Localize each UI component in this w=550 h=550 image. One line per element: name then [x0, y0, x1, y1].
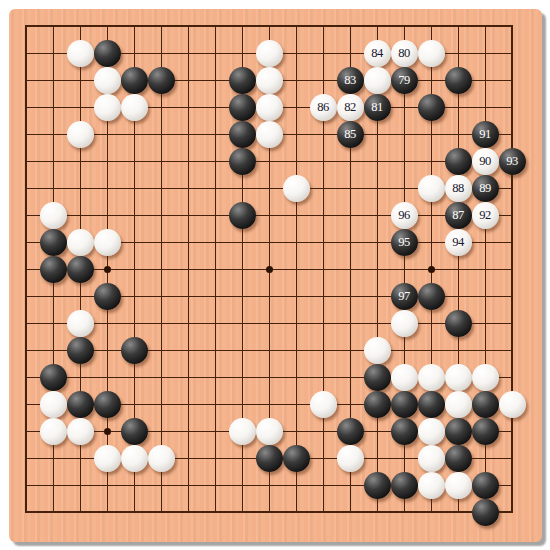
stone-white-16x7 [418, 175, 445, 202]
stone-white-18x14 [472, 364, 499, 391]
stone-black-3x13 [67, 337, 94, 364]
move-number-label: 86 [317, 101, 329, 114]
stone-white-14x2: 84 [364, 40, 391, 67]
stone-white-10x16 [256, 418, 283, 445]
stone-black-14x14 [364, 364, 391, 391]
stone-white-2x16 [40, 418, 67, 445]
stone-black-14x15 [364, 391, 391, 418]
stone-black-5x16 [121, 418, 148, 445]
stone-white-3x16 [67, 418, 94, 445]
stone-white-17x9: 94 [445, 229, 472, 256]
stone-white-14x13 [364, 337, 391, 364]
stone-black-15x3: 79 [391, 67, 418, 94]
star-point [104, 428, 111, 435]
stone-white-16x17 [418, 445, 445, 472]
move-number-label: 95 [398, 236, 410, 249]
stone-black-3x10 [67, 256, 94, 283]
move-number-label: 81 [371, 101, 383, 114]
stone-black-9x8 [229, 202, 256, 229]
stone-black-15x11: 97 [391, 283, 418, 310]
stone-white-6x17 [148, 445, 175, 472]
move-number-label: 97 [398, 290, 410, 303]
stone-black-9x3 [229, 67, 256, 94]
stone-black-17x16 [445, 418, 472, 445]
stone-black-15x18 [391, 472, 418, 499]
stone-white-5x4 [121, 94, 148, 121]
stone-black-13x16 [337, 418, 364, 445]
stone-white-13x17 [337, 445, 364, 472]
stone-white-11x7 [283, 175, 310, 202]
stone-white-4x4 [94, 94, 121, 121]
move-number-label: 80 [398, 47, 410, 60]
stone-black-19x6: 93 [499, 148, 526, 175]
stone-black-18x18 [472, 472, 499, 499]
move-number-label: 93 [506, 155, 518, 168]
stone-black-15x9: 95 [391, 229, 418, 256]
stone-black-15x15 [391, 391, 418, 418]
stone-black-4x15 [94, 391, 121, 418]
stone-white-14x3 [364, 67, 391, 94]
stone-black-10x17 [256, 445, 283, 472]
stone-white-15x2: 80 [391, 40, 418, 67]
stone-black-15x16 [391, 418, 418, 445]
stone-white-3x2 [67, 40, 94, 67]
stone-black-14x4: 81 [364, 94, 391, 121]
stone-black-4x11 [94, 283, 121, 310]
stone-white-10x2 [256, 40, 283, 67]
move-number-label: 83 [344, 74, 356, 87]
stone-white-16x16 [418, 418, 445, 445]
stone-white-16x18 [418, 472, 445, 499]
move-number-label: 89 [479, 182, 491, 195]
go-board[interactable]: 84808379868281859190938889968792959497 [9, 9, 542, 542]
stone-white-15x14 [391, 364, 418, 391]
stone-white-4x9 [94, 229, 121, 256]
move-number-label: 94 [452, 236, 464, 249]
star-point [266, 266, 273, 273]
stone-black-9x4 [229, 94, 256, 121]
move-number-label: 88 [452, 182, 464, 195]
stone-black-17x6 [445, 148, 472, 175]
move-number-label: 79 [398, 74, 410, 87]
move-number-label: 96 [398, 209, 410, 222]
stone-white-13x4: 82 [337, 94, 364, 121]
stone-black-2x10 [40, 256, 67, 283]
stone-white-15x12 [391, 310, 418, 337]
stone-white-17x14 [445, 364, 472, 391]
stone-black-2x9 [40, 229, 67, 256]
stone-white-3x12 [67, 310, 94, 337]
move-number-label: 92 [479, 209, 491, 222]
stone-white-18x8: 92 [472, 202, 499, 229]
stone-white-10x4 [256, 94, 283, 121]
stone-black-3x15 [67, 391, 94, 418]
stone-white-4x3 [94, 67, 121, 94]
stone-black-18x5: 91 [472, 121, 499, 148]
move-number-label: 82 [344, 101, 356, 114]
stone-black-18x15 [472, 391, 499, 418]
stone-white-2x15 [40, 391, 67, 418]
stone-white-17x7: 88 [445, 175, 472, 202]
stone-white-17x15 [445, 391, 472, 418]
stone-white-15x8: 96 [391, 202, 418, 229]
stone-black-5x3 [121, 67, 148, 94]
star-point [104, 266, 111, 273]
stone-white-10x5 [256, 121, 283, 148]
move-number-label: 87 [452, 209, 464, 222]
move-number-label: 91 [479, 128, 491, 141]
stone-black-2x14 [40, 364, 67, 391]
stone-black-18x7: 89 [472, 175, 499, 202]
stone-black-18x16 [472, 418, 499, 445]
stone-white-9x16 [229, 418, 256, 445]
stone-black-14x18 [364, 472, 391, 499]
stone-white-16x14 [418, 364, 445, 391]
star-point [428, 266, 435, 273]
stone-black-17x3 [445, 67, 472, 94]
stone-black-17x12 [445, 310, 472, 337]
stone-black-9x6 [229, 148, 256, 175]
stone-white-17x18 [445, 472, 472, 499]
move-number-label: 90 [479, 155, 491, 168]
stone-black-17x8: 87 [445, 202, 472, 229]
stone-black-6x3 [148, 67, 175, 94]
stone-black-4x2 [94, 40, 121, 67]
stone-white-18x6: 90 [472, 148, 499, 175]
stone-black-9x5 [229, 121, 256, 148]
stone-black-17x17 [445, 445, 472, 472]
stone-black-16x4 [418, 94, 445, 121]
stone-black-5x13 [121, 337, 148, 364]
move-number-label: 85 [344, 128, 356, 141]
stone-black-18x19 [472, 499, 499, 526]
stone-white-10x3 [256, 67, 283, 94]
screenshot-page: 84808379868281859190938889968792959497 [0, 0, 550, 550]
stone-white-12x15 [310, 391, 337, 418]
stone-black-13x3: 83 [337, 67, 364, 94]
stone-white-3x5 [67, 121, 94, 148]
stone-black-16x11 [418, 283, 445, 310]
stone-black-16x15 [418, 391, 445, 418]
move-number-label: 84 [371, 47, 383, 60]
stone-white-16x2 [418, 40, 445, 67]
stone-white-4x17 [94, 445, 121, 472]
stone-black-11x17 [283, 445, 310, 472]
stone-white-12x4: 86 [310, 94, 337, 121]
stone-white-3x9 [67, 229, 94, 256]
stone-black-13x5: 85 [337, 121, 364, 148]
stone-white-2x8 [40, 202, 67, 229]
stone-white-5x17 [121, 445, 148, 472]
stone-white-19x15 [499, 391, 526, 418]
